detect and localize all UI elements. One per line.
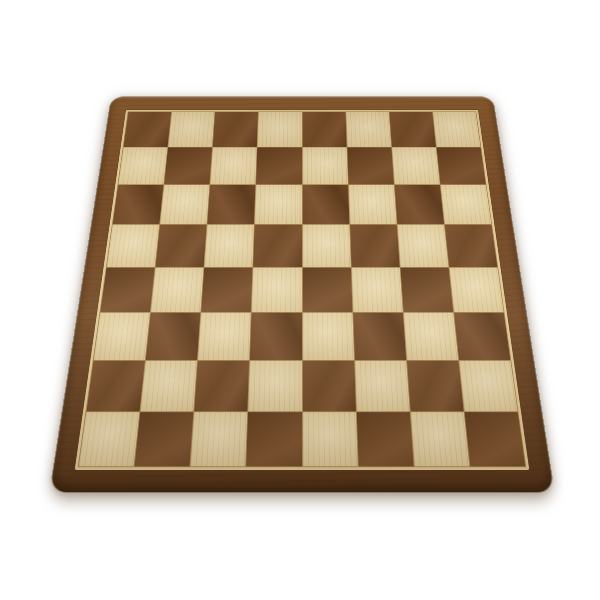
square-f4[interactable] [351, 267, 402, 311]
square-f7[interactable] [347, 148, 394, 185]
square-f5[interactable] [350, 225, 400, 267]
square-a7[interactable] [118, 148, 167, 185]
square-b4[interactable] [151, 267, 204, 311]
square-a1[interactable] [79, 412, 140, 466]
square-e1[interactable] [302, 412, 357, 466]
square-g8[interactable] [389, 112, 435, 147]
square-f8[interactable] [346, 112, 391, 147]
chess-board [79, 112, 526, 466]
square-b5[interactable] [156, 225, 207, 267]
square-a6[interactable] [113, 185, 164, 224]
square-d7[interactable] [256, 148, 301, 185]
square-c5[interactable] [205, 225, 255, 267]
square-h2[interactable] [459, 361, 517, 412]
square-b1[interactable] [135, 412, 194, 466]
square-c1[interactable] [191, 412, 248, 466]
square-d6[interactable] [255, 185, 302, 224]
square-h7[interactable] [437, 148, 486, 185]
square-h5[interactable] [445, 225, 498, 267]
square-g5[interactable] [397, 225, 448, 267]
square-b6[interactable] [160, 185, 209, 224]
square-d2[interactable] [248, 361, 301, 412]
square-b3[interactable] [146, 312, 201, 359]
board-perspective-wrapper [85, 26, 519, 509]
square-e4[interactable] [302, 267, 352, 311]
square-e8[interactable] [302, 112, 346, 147]
square-f6[interactable] [348, 185, 396, 224]
square-b7[interactable] [164, 148, 212, 185]
square-e3[interactable] [302, 312, 353, 359]
square-f3[interactable] [353, 312, 406, 359]
square-d8[interactable] [258, 112, 302, 147]
square-c7[interactable] [210, 148, 257, 185]
scene [0, 0, 600, 600]
square-g1[interactable] [410, 412, 469, 466]
square-e7[interactable] [302, 148, 347, 185]
square-d3[interactable] [250, 312, 301, 359]
square-b2[interactable] [140, 361, 197, 412]
square-a2[interactable] [86, 361, 144, 412]
square-h8[interactable] [433, 112, 481, 147]
square-g2[interactable] [407, 361, 464, 412]
square-c6[interactable] [208, 185, 256, 224]
square-e2[interactable] [302, 361, 355, 412]
square-c8[interactable] [213, 112, 258, 147]
square-a4[interactable] [100, 267, 154, 311]
square-g3[interactable] [403, 312, 458, 359]
square-h1[interactable] [464, 412, 525, 466]
board-frame [50, 97, 554, 492]
maple-inlay-border [75, 110, 530, 470]
square-e5[interactable] [302, 225, 350, 267]
square-f2[interactable] [355, 361, 410, 412]
square-g4[interactable] [400, 267, 453, 311]
square-a5[interactable] [107, 225, 160, 267]
square-c3[interactable] [198, 312, 251, 359]
board [50, 97, 554, 492]
square-c4[interactable] [201, 267, 252, 311]
square-h3[interactable] [454, 312, 510, 359]
square-h6[interactable] [440, 185, 491, 224]
square-d5[interactable] [253, 225, 301, 267]
square-d4[interactable] [252, 267, 302, 311]
square-c2[interactable] [194, 361, 249, 412]
square-g7[interactable] [392, 148, 440, 185]
square-h4[interactable] [449, 267, 503, 311]
square-f1[interactable] [356, 412, 413, 466]
square-b8[interactable] [168, 112, 214, 147]
square-a8[interactable] [124, 112, 172, 147]
square-e6[interactable] [302, 185, 349, 224]
square-d1[interactable] [247, 412, 302, 466]
square-a3[interactable] [94, 312, 150, 359]
square-g6[interactable] [394, 185, 443, 224]
